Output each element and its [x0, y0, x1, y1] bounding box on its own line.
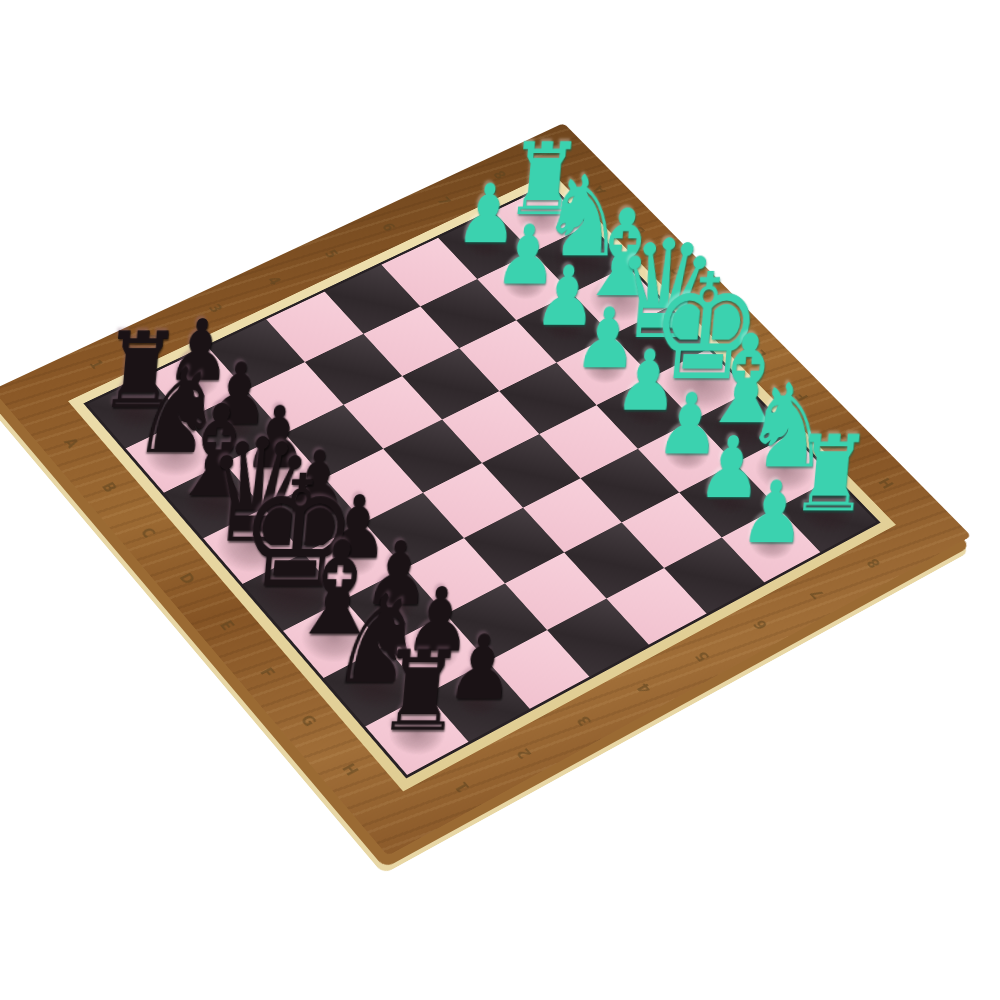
chessboard-photo-scene: 88AA77BB66CC55DD44EE33FF22GG11HH ♜♞♝♛♚♝♞…: [0, 0, 1000, 1000]
rook-glyph: ♜: [365, 637, 476, 747]
chess-board: 88AA77BB66CC55DD44EE33FF22GG11HH ♜♞♝♛♚♝♞…: [0, 123, 972, 856]
pawn-glyph: ♟: [731, 469, 817, 555]
